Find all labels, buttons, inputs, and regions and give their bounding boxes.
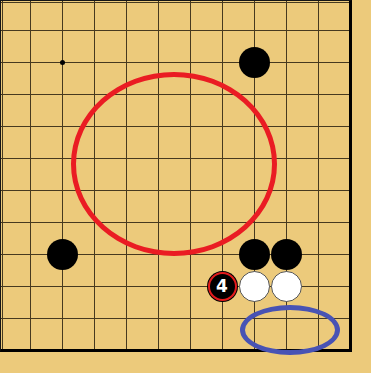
stone-P3: 4	[207, 271, 238, 302]
stone-R4	[271, 239, 302, 270]
move-number-label: 4	[216, 278, 228, 295]
star-point-K10	[60, 60, 65, 65]
stone-Q4	[239, 239, 270, 270]
go-board[interactable]: 4	[0, 0, 371, 373]
stones-layer: 4	[0, 0, 366, 366]
stone-Q3	[239, 271, 270, 302]
stone-Q10	[239, 47, 270, 78]
stone-R3	[271, 271, 302, 302]
stone-K4	[47, 239, 78, 270]
